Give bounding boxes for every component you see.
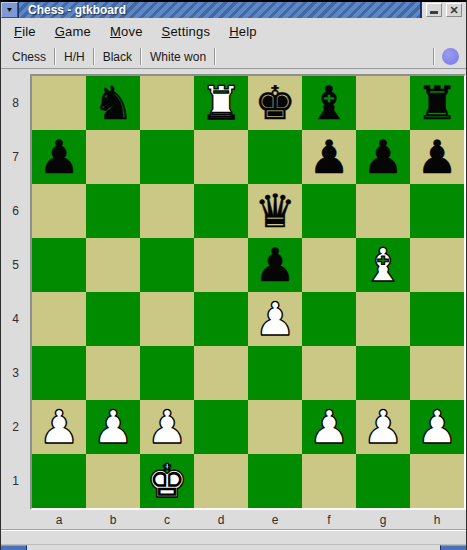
app-window: ▼ Chess - gtkboard ✕ FileGameMoveSetting…: [0, 0, 467, 550]
window-controls: ✕: [422, 2, 466, 18]
chess-board: ♞♜♚♝♜♟♟♟♟♛♟♝♟♟♟♟♟♟♟♚: [30, 74, 466, 510]
file-label-b: b: [86, 513, 140, 527]
menu-item-settings[interactable]: Settings: [162, 24, 211, 39]
square-b4[interactable]: [86, 292, 140, 346]
board-panel: 87654321 ♞♜♚♝♜♟♟♟♟♛♟♝♟♟♟♟♟♟♟♚ abcdefgh: [1, 69, 466, 529]
window-title: Chess - gtkboard: [28, 3, 126, 17]
square-c5[interactable]: [140, 238, 194, 292]
piece-white-pawn-g2: ♟: [362, 400, 403, 454]
piece-white-bishop-g5: ♝: [362, 238, 403, 292]
toolbar-spacer: [216, 45, 433, 68]
rank-label-6: 6: [1, 184, 30, 238]
menu-item-game[interactable]: Game: [55, 24, 91, 39]
turn-label: Black: [95, 45, 140, 68]
result-label: White won: [142, 45, 214, 68]
square-h2[interactable]: ♟: [410, 400, 464, 454]
piece-black-pawn-a7: ♟: [38, 130, 79, 184]
indicator-cell: [435, 45, 466, 68]
piece-white-pawn-h2: ♟: [416, 400, 457, 454]
square-d6[interactable]: [194, 184, 248, 238]
square-h7[interactable]: ♟: [410, 130, 464, 184]
file-label-c: c: [140, 513, 194, 527]
square-h5[interactable]: [410, 238, 464, 292]
file-label-d: d: [194, 513, 248, 527]
square-f3[interactable]: [302, 346, 356, 400]
square-f4[interactable]: [302, 292, 356, 346]
square-b3[interactable]: [86, 346, 140, 400]
window-menu-button[interactable]: ▼: [1, 2, 18, 18]
piece-black-bishop-f8: ♝: [308, 76, 349, 130]
piece-white-pawn-c2: ♟: [146, 400, 187, 454]
square-c6[interactable]: [140, 184, 194, 238]
square-d1[interactable]: [194, 454, 248, 508]
rank-label-3: 3: [1, 346, 30, 400]
piece-black-rook-h8: ♜: [416, 76, 457, 130]
square-f2[interactable]: ♟: [302, 400, 356, 454]
square-d7[interactable]: [194, 130, 248, 184]
square-b2[interactable]: ♟: [86, 400, 140, 454]
file-label-h: h: [410, 513, 464, 527]
square-e4[interactable]: ♟: [248, 292, 302, 346]
piece-white-rook-d8: ♜: [200, 76, 241, 130]
square-b1[interactable]: [86, 454, 140, 508]
square-b5[interactable]: [86, 238, 140, 292]
menu-item-file[interactable]: File: [14, 24, 36, 39]
square-h1[interactable]: [410, 454, 464, 508]
square-a3[interactable]: [32, 346, 86, 400]
window-frame-corner-right[interactable]: [440, 545, 467, 550]
square-h3[interactable]: [410, 346, 464, 400]
piece-black-pawn-g7: ♟: [362, 130, 403, 184]
piece-black-pawn-f7: ♟: [308, 130, 349, 184]
titlebar: ▼ Chess - gtkboard ✕: [1, 2, 466, 18]
square-f5[interactable]: [302, 238, 356, 292]
window-frame-corner-left[interactable]: [0, 545, 27, 550]
engine-status-indicator: [442, 48, 459, 65]
square-f7[interactable]: ♟: [302, 130, 356, 184]
square-f1[interactable]: [302, 454, 356, 508]
square-e3[interactable]: [248, 346, 302, 400]
square-a6[interactable]: [32, 184, 86, 238]
rank-label-1: 1: [1, 454, 30, 508]
titlebar-stripes[interactable]: Chess - gtkboard: [18, 2, 422, 18]
players-label: H/H: [56, 45, 93, 68]
square-g7[interactable]: ♟: [356, 130, 410, 184]
file-label-a: a: [32, 513, 86, 527]
file-label-e: e: [248, 513, 302, 527]
file-label-f: f: [302, 513, 356, 527]
piece-black-knight-b8: ♞: [92, 76, 133, 130]
square-d2[interactable]: [194, 400, 248, 454]
square-g3[interactable]: [356, 346, 410, 400]
square-h8[interactable]: ♜: [410, 76, 464, 130]
square-d3[interactable]: [194, 346, 248, 400]
square-g4[interactable]: [356, 292, 410, 346]
square-c4[interactable]: [140, 292, 194, 346]
rank-label-4: 4: [1, 292, 30, 346]
square-f6[interactable]: [302, 184, 356, 238]
square-e6[interactable]: ♛: [248, 184, 302, 238]
piece-white-pawn-f2: ♟: [308, 400, 349, 454]
square-g8[interactable]: [356, 76, 410, 130]
piece-white-pawn-e4: ♟: [254, 292, 295, 346]
chevron-down-icon: ▼: [6, 6, 14, 13]
menubar: FileGameMoveSettingsHelp: [1, 18, 466, 45]
rank-label-5: 5: [1, 238, 30, 292]
square-a7[interactable]: ♟: [32, 130, 86, 184]
square-c1[interactable]: ♚: [140, 454, 194, 508]
square-e2[interactable]: [248, 400, 302, 454]
square-e7[interactable]: [248, 130, 302, 184]
square-e1[interactable]: [248, 454, 302, 508]
menu-item-move[interactable]: Move: [110, 24, 143, 39]
piece-white-pawn-b2: ♟: [92, 400, 133, 454]
window-bottom-frame: [1, 544, 466, 550]
square-b8[interactable]: ♞: [86, 76, 140, 130]
file-labels: abcdefgh: [1, 510, 466, 529]
piece-black-queen-e6: ♛: [254, 184, 295, 238]
square-c7[interactable]: [140, 130, 194, 184]
square-d8[interactable]: ♜: [194, 76, 248, 130]
piece-black-king-e8: ♚: [254, 76, 295, 130]
game-name-label: Chess: [4, 45, 54, 68]
piece-white-king-c1: ♚: [146, 454, 187, 508]
square-c2[interactable]: ♟: [140, 400, 194, 454]
square-d4[interactable]: [194, 292, 248, 346]
square-c8[interactable]: [140, 76, 194, 130]
square-h6[interactable]: [410, 184, 464, 238]
square-b7[interactable]: [86, 130, 140, 184]
square-a8[interactable]: [32, 76, 86, 130]
square-f8[interactable]: ♝: [302, 76, 356, 130]
square-g2[interactable]: ♟: [356, 400, 410, 454]
minimize-icon: [430, 11, 438, 14]
minimize-button[interactable]: [426, 3, 442, 17]
square-d5[interactable]: [194, 238, 248, 292]
close-icon: ✕: [449, 5, 458, 16]
square-g6[interactable]: [356, 184, 410, 238]
menu-item-help[interactable]: Help: [229, 24, 257, 39]
square-a5[interactable]: [32, 238, 86, 292]
square-a1[interactable]: [32, 454, 86, 508]
square-e8[interactable]: ♚: [248, 76, 302, 130]
square-g1[interactable]: [356, 454, 410, 508]
square-g5[interactable]: ♝: [356, 238, 410, 292]
file-label-g: g: [356, 513, 410, 527]
rank-label-2: 2: [1, 400, 30, 454]
rank-labels: 87654321: [1, 74, 30, 510]
square-e5[interactable]: ♟: [248, 238, 302, 292]
piece-black-pawn-e5: ♟: [254, 238, 295, 292]
square-b6[interactable]: [86, 184, 140, 238]
rank-label-8: 8: [1, 76, 30, 130]
status-toolbar: ChessH/HBlackWhite won: [1, 45, 466, 69]
statusbar: [1, 529, 466, 544]
square-c3[interactable]: [140, 346, 194, 400]
piece-black-pawn-h7: ♟: [416, 130, 457, 184]
square-a2[interactable]: ♟: [32, 400, 86, 454]
square-a4[interactable]: [32, 292, 86, 346]
piece-white-pawn-a2: ♟: [38, 400, 79, 454]
square-h4[interactable]: [410, 292, 464, 346]
rank-label-7: 7: [1, 130, 30, 184]
close-button[interactable]: ✕: [446, 3, 462, 17]
